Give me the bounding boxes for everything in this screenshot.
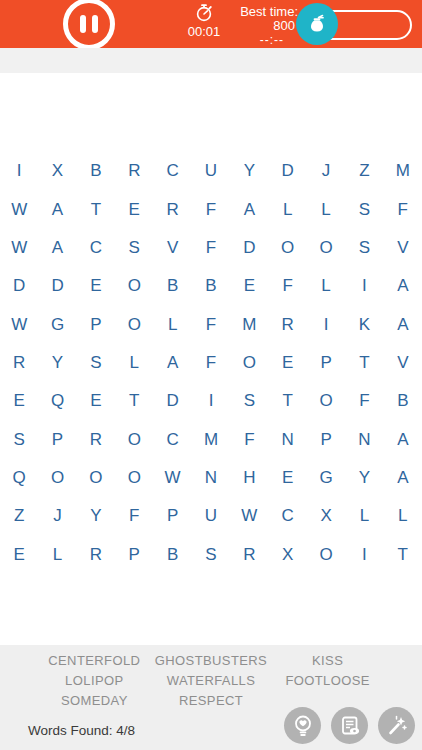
grid-cell[interactable]: F xyxy=(192,229,230,267)
grid-cell[interactable]: E xyxy=(0,382,38,420)
grid-cell[interactable]: Y xyxy=(77,497,115,535)
footer-buttons xyxy=(284,707,415,744)
grid-cell[interactable]: A xyxy=(384,305,422,343)
grid-cell[interactable]: C xyxy=(77,229,115,267)
grid-cell[interactable]: L xyxy=(307,267,345,305)
grid-cell[interactable]: Q xyxy=(0,459,38,497)
words-found-counter: Words Found: 4/8 xyxy=(28,723,135,738)
word-list-item: WATERFALLS xyxy=(153,670,270,690)
grid-cell[interactable]: H xyxy=(230,459,268,497)
grid-cell[interactable]: O xyxy=(77,459,115,497)
grid-cell[interactable]: I xyxy=(345,536,383,574)
grid-cell[interactable]: A xyxy=(230,190,268,228)
stopwatch-icon xyxy=(195,3,214,22)
grid-cell[interactable]: W xyxy=(0,229,38,267)
word-list-item: GHOSTBUSTERS xyxy=(153,650,270,670)
grid-cell[interactable]: P xyxy=(115,536,153,574)
grid-cell[interactable]: G xyxy=(307,459,345,497)
grid-cell[interactable]: O xyxy=(115,305,153,343)
grid-cell[interactable]: O xyxy=(115,267,153,305)
grid-cell[interactable]: F xyxy=(192,344,230,382)
grid-cell[interactable]: L xyxy=(153,305,191,343)
grid-cell[interactable]: P xyxy=(77,305,115,343)
grid-cell[interactable]: V xyxy=(384,229,422,267)
grid-cell[interactable]: O xyxy=(38,459,76,497)
grid-cell[interactable]: B xyxy=(77,152,115,190)
grid-cell[interactable]: L xyxy=(38,536,76,574)
grid-cell[interactable]: U xyxy=(192,497,230,535)
grid-cell[interactable]: L xyxy=(384,497,422,535)
grid-cell[interactable]: A xyxy=(153,344,191,382)
magic-wand-icon xyxy=(384,713,410,739)
grid-cell[interactable]: R xyxy=(230,536,268,574)
grid-cell[interactable]: R xyxy=(77,536,115,574)
grid-cell[interactable]: L xyxy=(269,190,307,228)
grid-cell[interactable]: N xyxy=(192,459,230,497)
grid-cell[interactable]: I xyxy=(307,305,345,343)
grid-cell[interactable]: P xyxy=(307,344,345,382)
grid-cell[interactable]: L xyxy=(345,497,383,535)
grid-cell[interactable]: W xyxy=(230,497,268,535)
word-list: CENTERFOLDGHOSTBUSTERSKISSLOLIPOPWATERFA… xyxy=(0,650,422,710)
grid-cell[interactable]: E xyxy=(230,267,268,305)
grid-cell[interactable]: M xyxy=(192,421,230,459)
grid-cell[interactable]: T xyxy=(345,344,383,382)
word-list-item: SOMEDAY xyxy=(36,690,153,710)
word-list-item: RESPECT xyxy=(153,690,270,710)
letter-grid[interactable]: IXBRCUYDJZMWATERFALLSFWACSVFDOOSVDDEOBBE… xyxy=(0,152,422,574)
grid-cell[interactable]: G xyxy=(38,305,76,343)
grid-cell[interactable]: O xyxy=(230,344,268,382)
coin-count: 800 xyxy=(226,19,298,32)
grid-cell[interactable]: E xyxy=(269,344,307,382)
grid-cell[interactable]: Y xyxy=(230,152,268,190)
grid-cell[interactable]: P xyxy=(153,497,191,535)
grid-cell[interactable]: F xyxy=(192,305,230,343)
grid-cell[interactable]: T xyxy=(77,190,115,228)
grid-cell[interactable]: Y xyxy=(345,459,383,497)
grid-cell[interactable]: X xyxy=(38,152,76,190)
grid-cell[interactable]: B xyxy=(384,382,422,420)
grid-cell[interactable]: D xyxy=(153,382,191,420)
hint-button[interactable] xyxy=(284,707,321,744)
reveal-word-list-eye-icon xyxy=(337,713,363,739)
grid-cell[interactable]: E xyxy=(269,459,307,497)
grid-cell[interactable]: J xyxy=(38,497,76,535)
grid-cell[interactable]: M xyxy=(384,152,422,190)
grid-cell[interactable]: C xyxy=(153,152,191,190)
grid-cell[interactable]: S xyxy=(192,536,230,574)
grid-cell[interactable]: I xyxy=(192,382,230,420)
grid-cell[interactable]: W xyxy=(0,305,38,343)
grid-cell[interactable]: A xyxy=(384,459,422,497)
puzzle-area: IXBRCUYDJZMWATERFALLSFWACSVFDOOSVDDEOBBE… xyxy=(0,73,422,645)
grid-cell[interactable]: E xyxy=(0,536,38,574)
grid-cell[interactable]: R xyxy=(153,190,191,228)
grid-cell[interactable]: F xyxy=(384,190,422,228)
hint-lightbulb-heart-icon xyxy=(290,713,316,739)
money-bag-icon xyxy=(305,12,329,36)
pause-button[interactable] xyxy=(63,0,115,50)
grid-cell[interactable]: F xyxy=(269,267,307,305)
grid-cell[interactable]: N xyxy=(269,421,307,459)
grid-cell[interactable]: E xyxy=(77,382,115,420)
grid-cell[interactable]: X xyxy=(307,497,345,535)
grid-cell[interactable]: M xyxy=(230,305,268,343)
grid-cell[interactable]: S xyxy=(345,229,383,267)
reveal-word-button[interactable] xyxy=(331,707,368,744)
best-time-block: Best time: 800 --:-- xyxy=(226,5,298,46)
grid-cell[interactable]: N xyxy=(345,421,383,459)
bottom-panel: CENTERFOLDGHOSTBUSTERSKISSLOLIPOPWATERFA… xyxy=(0,645,422,750)
grid-cell[interactable]: S xyxy=(0,421,38,459)
word-list-item: CENTERFOLD xyxy=(36,650,153,670)
grid-cell[interactable]: D xyxy=(38,267,76,305)
grid-cell[interactable]: V xyxy=(153,229,191,267)
grid-cell[interactable]: D xyxy=(230,229,268,267)
grid-cell[interactable]: S xyxy=(230,382,268,420)
word-list-item: KISS xyxy=(269,650,386,670)
grid-cell[interactable]: P xyxy=(38,421,76,459)
header-bar: 00:01 Best time: 800 --:-- xyxy=(0,0,422,48)
grid-cell[interactable]: T xyxy=(384,536,422,574)
grid-cell[interactable]: L xyxy=(307,190,345,228)
pause-icon xyxy=(92,15,98,33)
grid-cell[interactable]: O xyxy=(307,536,345,574)
grid-cell[interactable]: O xyxy=(115,459,153,497)
grid-cell[interactable]: T xyxy=(269,382,307,420)
grid-cell[interactable]: E xyxy=(77,267,115,305)
grid-cell[interactable]: I xyxy=(345,267,383,305)
grid-cell[interactable]: D xyxy=(0,267,38,305)
best-time-label: Best time: xyxy=(226,5,298,18)
grid-cell[interactable]: A xyxy=(384,267,422,305)
timer-block: 00:01 xyxy=(178,3,230,39)
grid-cell[interactable]: W xyxy=(153,459,191,497)
grid-cell[interactable]: Z xyxy=(0,497,38,535)
grid-cell[interactable]: F xyxy=(230,421,268,459)
grid-cell[interactable]: S xyxy=(77,344,115,382)
grid-cell[interactable]: Y xyxy=(38,344,76,382)
grid-cell[interactable]: I xyxy=(0,152,38,190)
grid-cell[interactable]: W xyxy=(0,190,38,228)
coin-bag-button[interactable] xyxy=(296,3,338,45)
grid-cell[interactable]: F xyxy=(345,382,383,420)
grid-cell[interactable]: B xyxy=(192,267,230,305)
grid-cell[interactable]: T xyxy=(115,382,153,420)
grid-cell[interactable]: R xyxy=(0,344,38,382)
grid-cell[interactable]: O xyxy=(307,382,345,420)
grid-cell[interactable]: C xyxy=(153,421,191,459)
grid-cell[interactable]: V xyxy=(384,344,422,382)
grid-cell[interactable]: R xyxy=(269,305,307,343)
grid-cell[interactable]: R xyxy=(77,421,115,459)
grid-cell[interactable]: D xyxy=(269,152,307,190)
grid-cell[interactable]: O xyxy=(307,229,345,267)
grid-cell[interactable]: K xyxy=(345,305,383,343)
grid-cell[interactable]: R xyxy=(115,152,153,190)
grid-cell[interactable]: Z xyxy=(345,152,383,190)
grid-cell[interactable]: Q xyxy=(38,382,76,420)
grid-cell[interactable]: B xyxy=(153,536,191,574)
magic-wand-button[interactable] xyxy=(378,707,415,744)
grid-cell[interactable]: O xyxy=(115,421,153,459)
grid-cell[interactable]: F xyxy=(192,190,230,228)
pause-icon xyxy=(80,15,86,33)
best-time-value: --:-- xyxy=(226,34,298,46)
grid-cell[interactable]: P xyxy=(307,421,345,459)
grid-cell[interactable]: S xyxy=(345,190,383,228)
grid-cell[interactable]: C xyxy=(269,497,307,535)
grid-cell[interactable]: S xyxy=(115,229,153,267)
grid-cell[interactable]: L xyxy=(115,344,153,382)
word-list-item: LOLIPOP xyxy=(36,670,153,690)
grid-cell[interactable]: O xyxy=(269,229,307,267)
sub-header-strip xyxy=(0,48,422,73)
grid-cell[interactable]: X xyxy=(269,536,307,574)
grid-cell[interactable]: U xyxy=(192,152,230,190)
grid-cell[interactable]: A xyxy=(38,190,76,228)
grid-cell[interactable]: A xyxy=(384,421,422,459)
grid-cell[interactable]: B xyxy=(153,267,191,305)
grid-cell[interactable]: J xyxy=(307,152,345,190)
word-list-item: FOOTLOOSE xyxy=(269,670,386,690)
timer-value: 00:01 xyxy=(188,24,221,39)
grid-cell[interactable]: E xyxy=(115,190,153,228)
grid-cell[interactable]: A xyxy=(38,229,76,267)
grid-cell[interactable]: F xyxy=(115,497,153,535)
